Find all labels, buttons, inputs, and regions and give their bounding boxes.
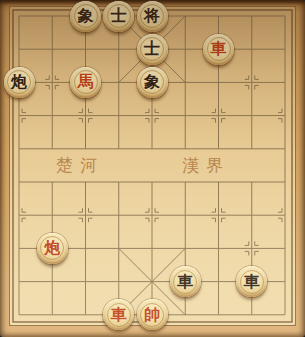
piece-red-general[interactable]: 帥 xyxy=(137,299,168,330)
piece-glyph: 車 xyxy=(244,274,260,290)
piece-black-elephant[interactable]: 象 xyxy=(70,1,101,32)
piece-glyph: 士 xyxy=(144,41,160,57)
piece-black-general[interactable]: 将 xyxy=(137,1,168,32)
pieces-layer: 象士将士車炮馬象炮車車車帥 xyxy=(2,0,301,331)
piece-glyph: 車 xyxy=(211,41,227,57)
piece-black-advisor[interactable]: 士 xyxy=(103,1,134,32)
piece-glyph: 馬 xyxy=(78,74,94,90)
piece-red-cannon[interactable]: 炮 xyxy=(37,233,68,264)
piece-glyph: 車 xyxy=(177,274,193,290)
piece-glyph: 炮 xyxy=(11,74,27,90)
piece-black-advisor[interactable]: 士 xyxy=(137,34,168,65)
piece-glyph: 象 xyxy=(78,8,94,24)
piece-glyph: 将 xyxy=(144,8,160,24)
piece-glyph: 車 xyxy=(111,307,127,323)
piece-red-chariot[interactable]: 車 xyxy=(203,34,234,65)
piece-black-cannon[interactable]: 炮 xyxy=(4,67,35,98)
piece-black-chariot[interactable]: 車 xyxy=(236,266,267,297)
piece-glyph: 帥 xyxy=(144,307,160,323)
piece-glyph: 象 xyxy=(144,74,160,90)
piece-black-elephant[interactable]: 象 xyxy=(137,67,168,98)
piece-glyph: 炮 xyxy=(44,240,60,256)
xiangqi-board: 楚河 漢界 象士将士車炮馬象炮車車車帥 xyxy=(0,0,305,337)
piece-red-horse[interactable]: 馬 xyxy=(70,67,101,98)
piece-glyph: 士 xyxy=(111,8,127,24)
piece-red-chariot[interactable]: 車 xyxy=(103,299,134,330)
piece-black-chariot[interactable]: 車 xyxy=(170,266,201,297)
